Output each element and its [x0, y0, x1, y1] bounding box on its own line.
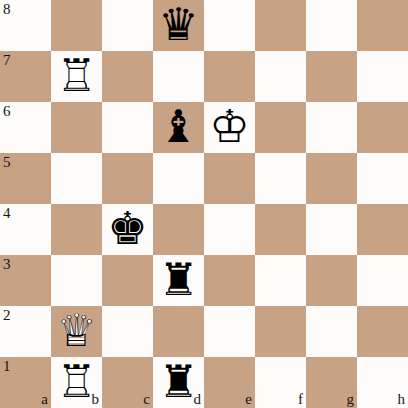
square-g3[interactable]	[306, 255, 357, 306]
square-b2[interactable]: ♛♕	[51, 306, 102, 357]
piece-glyph: ♜	[153, 357, 204, 408]
square-d4[interactable]	[153, 204, 204, 255]
file-label-c: c	[143, 392, 150, 407]
rank-label-7: 7	[3, 53, 11, 68]
rank-label-1: 1	[3, 359, 11, 374]
square-b5[interactable]	[51, 153, 102, 204]
square-b8[interactable]	[51, 0, 102, 51]
square-g1[interactable]: g	[306, 357, 357, 408]
square-h1[interactable]: h	[357, 357, 408, 408]
square-e6[interactable]: ♚♔	[204, 102, 255, 153]
square-g7[interactable]	[306, 51, 357, 102]
piece-white-rook[interactable]: ♜♖	[51, 51, 102, 102]
file-label-a: a	[41, 392, 48, 407]
piece-glyph: ♜	[153, 255, 204, 306]
square-a3[interactable]: 3	[0, 255, 51, 306]
rank-label-6: 6	[3, 104, 11, 119]
square-f7[interactable]	[255, 51, 306, 102]
square-e1[interactable]: e	[204, 357, 255, 408]
square-f2[interactable]	[255, 306, 306, 357]
file-label-h: h	[398, 392, 406, 407]
piece-black-king[interactable]: ♚	[102, 204, 153, 255]
square-c3[interactable]	[102, 255, 153, 306]
piece-white-king[interactable]: ♚♔	[204, 102, 255, 153]
square-g4[interactable]	[306, 204, 357, 255]
square-c2[interactable]	[102, 306, 153, 357]
square-h6[interactable]	[357, 102, 408, 153]
square-g2[interactable]	[306, 306, 357, 357]
rank-label-4: 4	[3, 206, 11, 221]
square-b7[interactable]: ♜♖	[51, 51, 102, 102]
square-d3[interactable]: ♜	[153, 255, 204, 306]
piece-glyph: ♚	[102, 204, 153, 255]
rank-label-8: 8	[3, 2, 11, 17]
piece-black-rook[interactable]: ♜	[153, 255, 204, 306]
square-c6[interactable]	[102, 102, 153, 153]
square-c4[interactable]: ♚	[102, 204, 153, 255]
rank-label-5: 5	[3, 155, 11, 170]
square-b1[interactable]: b♜♖	[51, 357, 102, 408]
square-h5[interactable]	[357, 153, 408, 204]
square-f1[interactable]: f	[255, 357, 306, 408]
square-g8[interactable]	[306, 0, 357, 51]
square-b4[interactable]	[51, 204, 102, 255]
square-a4[interactable]: 4	[0, 204, 51, 255]
file-label-g: g	[347, 392, 355, 407]
square-h2[interactable]	[357, 306, 408, 357]
square-a5[interactable]: 5	[0, 153, 51, 204]
square-e3[interactable]	[204, 255, 255, 306]
square-a1[interactable]: 1a	[0, 357, 51, 408]
square-b6[interactable]	[51, 102, 102, 153]
piece-outline-layer: ♔	[204, 102, 255, 153]
square-f6[interactable]	[255, 102, 306, 153]
square-h4[interactable]	[357, 204, 408, 255]
square-h8[interactable]	[357, 0, 408, 51]
square-a6[interactable]: 6	[0, 102, 51, 153]
square-d2[interactable]	[153, 306, 204, 357]
square-f4[interactable]	[255, 204, 306, 255]
square-h7[interactable]	[357, 51, 408, 102]
piece-black-bishop[interactable]: ♝	[153, 102, 204, 153]
square-e2[interactable]	[204, 306, 255, 357]
square-d1[interactable]: d♜	[153, 357, 204, 408]
square-e5[interactable]	[204, 153, 255, 204]
square-f8[interactable]	[255, 0, 306, 51]
file-label-e: e	[245, 392, 252, 407]
file-label-f: f	[298, 392, 303, 407]
square-c8[interactable]	[102, 0, 153, 51]
piece-outline-layer: ♖	[51, 51, 102, 102]
square-e8[interactable]	[204, 0, 255, 51]
piece-glyph: ♛	[153, 0, 204, 51]
square-g5[interactable]	[306, 153, 357, 204]
chess-board: 8♛7♜♖6♝♚♔54♚3♜2♛♕1ab♜♖cd♜efgh	[0, 0, 408, 408]
rank-label-2: 2	[3, 308, 11, 323]
piece-glyph: ♝	[153, 102, 204, 153]
square-c7[interactable]	[102, 51, 153, 102]
piece-white-rook[interactable]: ♜♖	[51, 357, 102, 408]
square-d6[interactable]: ♝	[153, 102, 204, 153]
square-d5[interactable]	[153, 153, 204, 204]
square-d8[interactable]: ♛	[153, 0, 204, 51]
square-d7[interactable]	[153, 51, 204, 102]
piece-outline-layer: ♕	[51, 306, 102, 357]
square-f5[interactable]	[255, 153, 306, 204]
square-a7[interactable]: 7	[0, 51, 51, 102]
square-b3[interactable]	[51, 255, 102, 306]
square-c1[interactable]: c	[102, 357, 153, 408]
rank-label-3: 3	[3, 257, 11, 272]
square-g6[interactable]	[306, 102, 357, 153]
square-a2[interactable]: 2	[0, 306, 51, 357]
piece-white-queen[interactable]: ♛♕	[51, 306, 102, 357]
square-c5[interactable]	[102, 153, 153, 204]
square-f3[interactable]	[255, 255, 306, 306]
piece-black-rook[interactable]: ♜	[153, 357, 204, 408]
square-e4[interactable]	[204, 204, 255, 255]
square-h3[interactable]	[357, 255, 408, 306]
piece-outline-layer: ♖	[51, 357, 102, 408]
piece-black-queen[interactable]: ♛	[153, 0, 204, 51]
square-a8[interactable]: 8	[0, 0, 51, 51]
square-e7[interactable]	[204, 51, 255, 102]
